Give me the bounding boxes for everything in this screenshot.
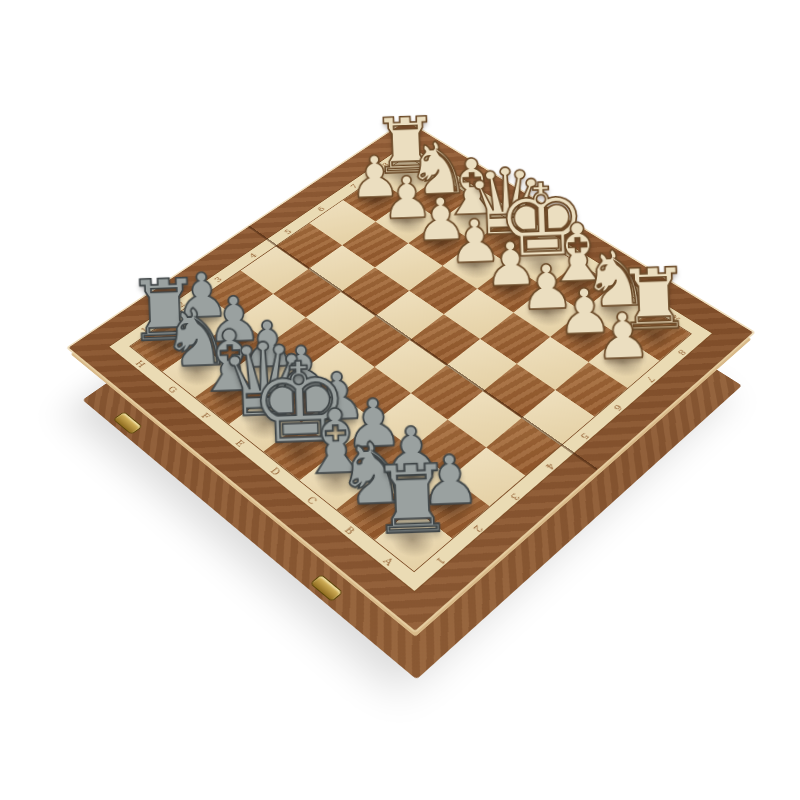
chessboard: HH88GG77FF66EE55DD44CC33BB22AA11 ♜♞♝♛♚♝♞… bbox=[69, 121, 753, 631]
piece-glyph: ♜ bbox=[344, 451, 481, 549]
brass-clasp-front bbox=[310, 574, 344, 602]
product-photo: HH88GG77FF66EE55DD44CC33BB22AA11 ♜♞♝♛♚♝♞… bbox=[0, 0, 800, 800]
photo-scene: HH88GG77FF66EE55DD44CC33BB22AA11 ♜♞♝♛♚♝♞… bbox=[0, 0, 800, 800]
brass-clasp-left bbox=[113, 411, 143, 434]
board-top: HH88GG77FF66EE55DD44CC33BB22AA11 ♜♞♝♛♚♝♞… bbox=[69, 121, 753, 631]
coord-number-4-afile: 4 bbox=[538, 456, 562, 475]
